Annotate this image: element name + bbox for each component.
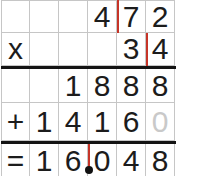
- grid-cell: [30, 33, 59, 66]
- grid-cell: 8: [146, 144, 175, 176]
- grid-cell: [1, 69, 30, 103]
- grid-cell: 1: [30, 144, 59, 176]
- grid-cell: 3: [117, 33, 146, 66]
- grid-cell: [59, 0, 88, 33]
- multiplicand-row: 4 7 2: [1, 0, 176, 33]
- grid-cell: 6: [59, 144, 88, 176]
- grid-cell: 8: [88, 69, 117, 103]
- grid-cell: [30, 0, 59, 33]
- grid-cell: 8: [117, 69, 146, 103]
- grid-cell: [59, 33, 88, 66]
- grid-cell: 6: [117, 103, 146, 141]
- grid-cell: [30, 69, 59, 103]
- grid-cell: 4: [59, 103, 88, 141]
- partial-product-row-2: + 1 4 1 6 0: [1, 103, 176, 141]
- decimal-marker-multiplicand: [117, 0, 119, 33]
- grid-cell: 7: [117, 0, 146, 33]
- equals-operator-cell: =: [1, 144, 30, 176]
- multiply-operator-cell: x: [1, 33, 30, 66]
- decimal-marker-multiplier: [146, 33, 148, 66]
- grid-cell: 4: [88, 0, 117, 33]
- long-multiplication-worksheet: 4 7 2 x 3 4 1 8 8 8 + 1 4 1 6 0: [0, 0, 210, 176]
- grid-cell: [88, 33, 117, 66]
- multiplier-row: x 3 4: [1, 33, 176, 66]
- grid-cell: 1: [88, 103, 117, 141]
- grid-cell: 1: [59, 69, 88, 103]
- placeholder-zero-cell: 0: [146, 103, 175, 141]
- decimal-point-dot: [85, 166, 93, 174]
- grid-cell: 4: [146, 33, 175, 66]
- grid-cell: 8: [146, 69, 175, 103]
- grid-cell: 1: [30, 103, 59, 141]
- grid-cell: 4: [117, 144, 146, 176]
- partial-product-row-1: 1 8 8 8: [1, 69, 176, 103]
- grid-cell: 2: [146, 0, 175, 33]
- grid-cell: [1, 0, 30, 33]
- plus-operator-cell: +: [1, 103, 30, 141]
